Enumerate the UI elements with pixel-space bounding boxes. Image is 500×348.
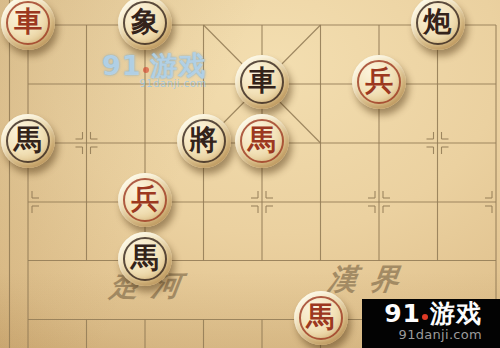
piece-glyph: 馬 <box>248 126 276 154</box>
board-grid[interactable] <box>0 0 500 348</box>
piece-glyph: 馬 <box>307 303 335 331</box>
corner-watermark-logo: 91游戏 <box>362 300 482 327</box>
piece-glyph: 馬 <box>131 244 159 272</box>
logo-red-dot-icon <box>422 314 428 320</box>
piece-black-chariot-e2[interactable]: 車 <box>235 55 289 109</box>
logo-number: 91 <box>384 299 421 328</box>
piece-glyph: 炮 <box>424 8 452 36</box>
piece-glyph: 車 <box>248 67 276 95</box>
piece-black-general-d3[interactable]: 將 <box>177 114 231 168</box>
piece-black-horse-a3[interactable]: 馬 <box>1 114 55 168</box>
piece-red-soldier-g2[interactable]: 兵 <box>352 55 406 109</box>
river-label-right: 漢界 <box>326 265 414 294</box>
piece-red-horse-f6[interactable]: 馬 <box>294 291 348 345</box>
piece-glyph: 車 <box>14 8 42 36</box>
corner-watermark-url: 91danji.com <box>362 327 482 342</box>
corner-watermark: 91游戏 91danji.com <box>362 299 500 348</box>
piece-glyph: 象 <box>131 8 159 36</box>
piece-red-horse-e3[interactable]: 馬 <box>235 114 289 168</box>
piece-black-horse-c5[interactable]: 馬 <box>118 232 172 286</box>
logo-word: 游戏 <box>430 299 482 328</box>
xiangqi-board-screenshot: 楚河 漢界 車象炮車兵馬將馬兵馬馬 91游戏 91danji.com 91游戏 … <box>0 0 500 348</box>
piece-glyph: 將 <box>190 126 218 154</box>
piece-glyph: 兵 <box>365 67 393 95</box>
piece-red-soldier-c4[interactable]: 兵 <box>118 173 172 227</box>
piece-glyph: 兵 <box>131 185 159 213</box>
piece-glyph: 馬 <box>14 126 42 154</box>
piece-black-cannon-h1[interactable]: 炮 <box>411 0 465 50</box>
